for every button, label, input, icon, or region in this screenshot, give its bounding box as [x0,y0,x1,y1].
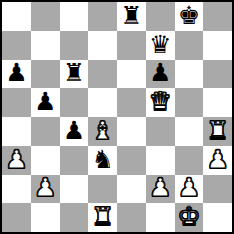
square-e4[interactable] [117,117,146,146]
square-h8[interactable] [203,2,232,31]
square-d1[interactable]: ♜ [88,203,117,232]
square-f5[interactable]: ♛ [146,88,175,117]
square-g4[interactable] [175,117,204,146]
piece-white-bishop[interactable]: ♝ [91,118,113,143]
square-a6[interactable]: ♟ [2,60,31,89]
square-c6[interactable]: ♜ [60,60,89,89]
square-g8[interactable]: ♚ [175,2,204,31]
square-f3[interactable] [146,146,175,175]
square-e3[interactable] [117,146,146,175]
piece-white-pawn[interactable]: ♟ [206,147,228,172]
square-a1[interactable] [2,203,31,232]
square-f1[interactable] [146,203,175,232]
square-f2[interactable]: ♟ [146,175,175,204]
square-d7[interactable] [88,31,117,60]
square-d8[interactable] [88,2,117,31]
piece-white-rook[interactable]: ♜ [91,204,113,229]
piece-black-pawn[interactable]: ♟ [63,118,85,143]
square-f7[interactable]: ♛ [146,31,175,60]
square-a4[interactable] [2,117,31,146]
chess-board-frame: ♜♚♛♟♜♟♟♛♟♝♜♟♞♟♟♟♟♜♚ [0,0,234,234]
square-b5[interactable]: ♟ [31,88,60,117]
square-g3[interactable] [175,146,204,175]
square-c7[interactable] [60,31,89,60]
square-g6[interactable] [175,60,204,89]
chess-board: ♜♚♛♟♜♟♟♛♟♝♜♟♞♟♟♟♟♜♚ [2,2,232,232]
square-d4[interactable]: ♝ [88,117,117,146]
square-d5[interactable] [88,88,117,117]
piece-black-rook[interactable]: ♜ [63,60,85,85]
piece-white-pawn[interactable]: ♟ [178,175,200,200]
square-g7[interactable] [175,31,204,60]
piece-black-knight[interactable]: ♞ [91,147,113,172]
piece-white-pawn[interactable]: ♟ [5,147,27,172]
square-e1[interactable] [117,203,146,232]
piece-white-king[interactable]: ♚ [178,204,200,229]
square-g2[interactable]: ♟ [175,175,204,204]
square-f4[interactable] [146,117,175,146]
square-b1[interactable] [31,203,60,232]
square-c4[interactable]: ♟ [60,117,89,146]
square-c3[interactable] [60,146,89,175]
piece-white-queen[interactable]: ♛ [149,89,171,114]
square-c1[interactable] [60,203,89,232]
square-b3[interactable] [31,146,60,175]
square-e6[interactable] [117,60,146,89]
square-a3[interactable]: ♟ [2,146,31,175]
square-f8[interactable] [146,2,175,31]
square-h4[interactable]: ♜ [203,117,232,146]
square-h6[interactable] [203,60,232,89]
square-d6[interactable] [88,60,117,89]
square-c2[interactable] [60,175,89,204]
square-h1[interactable] [203,203,232,232]
piece-black-queen[interactable]: ♛ [149,32,171,57]
square-e5[interactable] [117,88,146,117]
square-d3[interactable]: ♞ [88,146,117,175]
square-g5[interactable] [175,88,204,117]
square-g1[interactable]: ♚ [175,203,204,232]
square-h2[interactable] [203,175,232,204]
square-b6[interactable] [31,60,60,89]
piece-white-pawn[interactable]: ♟ [34,175,56,200]
square-b2[interactable]: ♟ [31,175,60,204]
square-a5[interactable] [2,88,31,117]
square-e7[interactable] [117,31,146,60]
piece-black-king[interactable]: ♚ [178,3,200,28]
piece-black-pawn[interactable]: ♟ [34,89,56,114]
piece-white-rook[interactable]: ♜ [206,118,228,143]
square-b7[interactable] [31,31,60,60]
square-f6[interactable]: ♟ [146,60,175,89]
square-e2[interactable] [117,175,146,204]
square-b4[interactable] [31,117,60,146]
square-h3[interactable]: ♟ [203,146,232,175]
piece-black-rook[interactable]: ♜ [120,3,142,28]
square-d2[interactable] [88,175,117,204]
square-c5[interactable] [60,88,89,117]
piece-black-pawn[interactable]: ♟ [149,60,171,85]
square-e8[interactable]: ♜ [117,2,146,31]
square-a8[interactable] [2,2,31,31]
square-a2[interactable] [2,175,31,204]
piece-black-pawn[interactable]: ♟ [5,60,27,85]
square-h7[interactable] [203,31,232,60]
square-h5[interactable] [203,88,232,117]
piece-white-pawn[interactable]: ♟ [149,175,171,200]
square-a7[interactable] [2,31,31,60]
square-b8[interactable] [31,2,60,31]
square-c8[interactable] [60,2,89,31]
